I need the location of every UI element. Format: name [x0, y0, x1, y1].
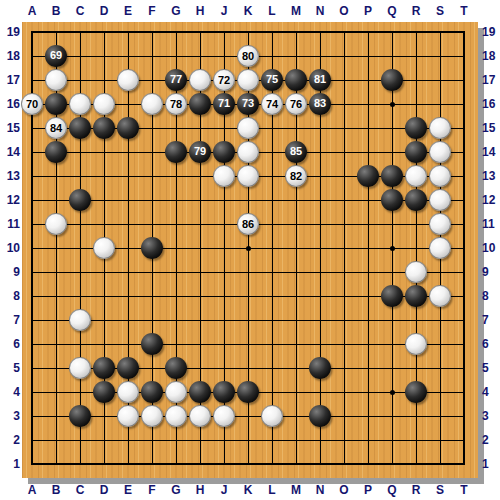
row-label-right: 11	[482, 216, 500, 232]
stone-black-r12[interactable]	[405, 189, 427, 211]
stone-black-d15[interactable]	[93, 117, 115, 139]
stone-white-s15[interactable]	[429, 117, 451, 139]
stone-white-r6[interactable]	[405, 333, 427, 355]
stone-white-s12[interactable]	[429, 189, 451, 211]
move-number-label: 77	[170, 73, 182, 85]
stone-white-s10[interactable]	[429, 237, 451, 259]
stone-black-g5[interactable]	[165, 357, 187, 379]
stone-white-k14[interactable]	[237, 141, 259, 163]
column-label-top: S	[428, 3, 452, 19]
stone-white-h17[interactable]	[189, 69, 211, 91]
column-label-top: H	[188, 3, 212, 19]
star-point	[390, 390, 395, 395]
row-label-left: 13	[1, 168, 20, 184]
stone-white-m13[interactable]: 82	[285, 165, 307, 187]
stone-white-d10[interactable]	[93, 237, 115, 259]
stone-black-m17[interactable]	[285, 69, 307, 91]
stone-black-l17[interactable]: 75	[261, 69, 283, 91]
row-label-left: 5	[1, 360, 20, 376]
row-label-right: 2	[482, 432, 500, 448]
column-label-bottom: S	[428, 482, 452, 498]
row-label-right: 8	[482, 288, 500, 304]
go-board-viewer: 698077727581707871737476838479858286 AAB…	[0, 0, 500, 500]
column-label-top: C	[68, 3, 92, 19]
move-number-label: 76	[290, 98, 302, 110]
move-number-label: 74	[266, 98, 278, 110]
move-number-label: 80	[242, 50, 254, 62]
move-number-label: 85	[290, 145, 302, 157]
row-label-right: 4	[482, 384, 500, 400]
stone-black-p13[interactable]	[357, 165, 379, 187]
stone-black-d5[interactable]	[93, 357, 115, 379]
stone-white-e17[interactable]	[117, 69, 139, 91]
star-point	[246, 246, 251, 251]
stone-white-e3[interactable]	[117, 405, 139, 427]
stone-black-h16[interactable]	[189, 93, 211, 115]
stone-white-s11[interactable]	[429, 213, 451, 235]
column-label-bottom: B	[44, 482, 68, 498]
stone-black-q12[interactable]	[381, 189, 403, 211]
stone-black-h14[interactable]: 79	[189, 141, 211, 163]
stone-white-k15[interactable]	[237, 117, 259, 139]
column-label-bottom: H	[188, 482, 212, 498]
stone-black-n3[interactable]	[309, 405, 331, 427]
stone-black-f4[interactable]	[141, 381, 163, 403]
row-label-right: 14	[482, 144, 500, 160]
column-label-top: A	[20, 3, 44, 19]
stone-white-g16[interactable]: 78	[165, 93, 187, 115]
stone-black-q8[interactable]	[381, 285, 403, 307]
row-label-right: 18	[482, 48, 500, 64]
column-label-top: R	[404, 3, 428, 19]
stone-black-g14[interactable]	[165, 141, 187, 163]
column-label-bottom: A	[20, 482, 44, 498]
stone-black-b18[interactable]: 69	[45, 45, 67, 67]
column-label-bottom: M	[284, 482, 308, 498]
stone-black-f10[interactable]	[141, 237, 163, 259]
stone-black-r15[interactable]	[405, 117, 427, 139]
stone-black-r8[interactable]	[405, 285, 427, 307]
stone-white-k18[interactable]: 80	[237, 45, 259, 67]
stone-black-k4[interactable]	[237, 381, 259, 403]
star-point	[390, 102, 395, 107]
stone-white-a16[interactable]: 70	[21, 93, 43, 115]
stone-white-g3[interactable]	[165, 405, 187, 427]
row-label-left: 9	[1, 264, 20, 280]
row-label-right: 15	[482, 120, 500, 136]
stone-white-b11[interactable]	[45, 213, 67, 235]
row-label-left: 1	[1, 456, 20, 472]
row-label-left: 18	[1, 48, 20, 64]
stone-black-g17[interactable]: 77	[165, 69, 187, 91]
column-label-bottom: J	[212, 482, 236, 498]
move-number-label: 72	[218, 74, 230, 86]
column-label-bottom: P	[356, 482, 380, 498]
stone-black-m14[interactable]: 85	[285, 141, 307, 163]
row-label-right: 1	[482, 456, 500, 472]
stone-black-c12[interactable]	[69, 189, 91, 211]
stone-white-c5[interactable]	[69, 357, 91, 379]
stone-white-d16[interactable]	[93, 93, 115, 115]
row-label-left: 19	[1, 24, 20, 40]
column-label-bottom: O	[332, 482, 356, 498]
column-label-bottom: F	[140, 482, 164, 498]
row-label-right: 13	[482, 168, 500, 184]
column-label-top: Q	[380, 3, 404, 19]
stone-white-k11[interactable]: 86	[237, 213, 259, 235]
stone-black-q17[interactable]	[381, 69, 403, 91]
stone-black-j16[interactable]: 71	[213, 93, 235, 115]
stone-black-c15[interactable]	[69, 117, 91, 139]
stone-black-d4[interactable]	[93, 381, 115, 403]
column-label-bottom: T	[452, 482, 476, 498]
stone-black-j4[interactable]	[213, 381, 235, 403]
stone-white-j17[interactable]: 72	[213, 69, 235, 91]
column-label-top: O	[332, 3, 356, 19]
stone-white-l16[interactable]: 74	[261, 93, 283, 115]
move-number-label: 84	[50, 122, 62, 134]
column-label-top: L	[260, 3, 284, 19]
stone-black-b14[interactable]	[45, 141, 67, 163]
row-label-left: 14	[1, 144, 20, 160]
move-number-label: 75	[266, 73, 278, 85]
move-number-label: 82	[290, 170, 302, 182]
row-label-right: 17	[482, 72, 500, 88]
stone-white-r13[interactable]	[405, 165, 427, 187]
move-number-label: 78	[170, 98, 182, 110]
stone-white-s8[interactable]	[429, 285, 451, 307]
column-label-bottom: R	[404, 482, 428, 498]
stone-white-e4[interactable]	[117, 381, 139, 403]
column-label-bottom: K	[236, 482, 260, 498]
row-label-left: 11	[1, 216, 20, 232]
row-label-right: 7	[482, 312, 500, 328]
stone-white-m16[interactable]: 76	[285, 93, 307, 115]
column-label-bottom: L	[260, 482, 284, 498]
stone-white-c16[interactable]	[69, 93, 91, 115]
row-label-left: 2	[1, 432, 20, 448]
move-number-label: 83	[314, 97, 326, 109]
row-label-right: 12	[482, 192, 500, 208]
stone-white-h3[interactable]	[189, 405, 211, 427]
stone-black-r4[interactable]	[405, 381, 427, 403]
stone-white-f3[interactable]	[141, 405, 163, 427]
stone-white-j3[interactable]	[213, 405, 235, 427]
column-label-bottom: G	[164, 482, 188, 498]
stone-black-n16[interactable]: 83	[309, 93, 331, 115]
row-label-left: 16	[1, 96, 20, 112]
stone-white-r9[interactable]	[405, 261, 427, 283]
stone-white-k17[interactable]	[237, 69, 259, 91]
stone-white-k13[interactable]	[237, 165, 259, 187]
column-label-top: T	[452, 3, 476, 19]
go-board[interactable]: 698077727581707871737476838479858286	[22, 22, 478, 478]
column-label-top: K	[236, 3, 260, 19]
move-number-label: 71	[218, 97, 230, 109]
stone-white-l3[interactable]	[261, 405, 283, 427]
row-label-left: 15	[1, 120, 20, 136]
star-point	[390, 246, 395, 251]
stone-white-b15[interactable]: 84	[45, 117, 67, 139]
row-label-right: 10	[482, 240, 500, 256]
move-number-label: 69	[50, 49, 62, 61]
stone-black-b16[interactable]	[45, 93, 67, 115]
row-label-left: 10	[1, 240, 20, 256]
stone-white-b17[interactable]	[45, 69, 67, 91]
stone-white-g4[interactable]	[165, 381, 187, 403]
row-label-left: 6	[1, 336, 20, 352]
stone-black-j14[interactable]	[213, 141, 235, 163]
stone-black-k16[interactable]: 73	[237, 93, 259, 115]
stone-white-s13[interactable]	[429, 165, 451, 187]
column-label-top: J	[212, 3, 236, 19]
stone-white-f16[interactable]	[141, 93, 163, 115]
stone-black-n17[interactable]: 81	[309, 69, 331, 91]
move-number-label: 79	[194, 145, 206, 157]
column-label-top: P	[356, 3, 380, 19]
row-label-left: 7	[1, 312, 20, 328]
row-label-right: 3	[482, 408, 500, 424]
column-label-bottom: Q	[380, 482, 404, 498]
row-label-left: 12	[1, 192, 20, 208]
row-label-right: 16	[482, 96, 500, 112]
row-label-left: 17	[1, 72, 20, 88]
move-number-label: 86	[242, 218, 254, 230]
column-label-top: N	[308, 3, 332, 19]
column-label-bottom: N	[308, 482, 332, 498]
stone-black-q13[interactable]	[381, 165, 403, 187]
column-label-bottom: D	[92, 482, 116, 498]
column-label-top: F	[140, 3, 164, 19]
stone-black-n5[interactable]	[309, 357, 331, 379]
stone-black-r14[interactable]	[405, 141, 427, 163]
row-label-left: 3	[1, 408, 20, 424]
column-label-bottom: C	[68, 482, 92, 498]
stone-black-e5[interactable]	[117, 357, 139, 379]
stone-black-e15[interactable]	[117, 117, 139, 139]
move-number-label: 70	[26, 98, 38, 110]
column-label-top: M	[284, 3, 308, 19]
stone-black-h4[interactable]	[189, 381, 211, 403]
row-label-right: 6	[482, 336, 500, 352]
column-label-top: D	[92, 3, 116, 19]
column-label-top: B	[44, 3, 68, 19]
move-number-label: 81	[314, 73, 326, 85]
stone-white-s14[interactable]	[429, 141, 451, 163]
column-label-top: E	[116, 3, 140, 19]
column-label-bottom: E	[116, 482, 140, 498]
row-label-right: 9	[482, 264, 500, 280]
column-label-top: G	[164, 3, 188, 19]
row-label-right: 19	[482, 24, 500, 40]
stone-black-f6[interactable]	[141, 333, 163, 355]
move-number-label: 73	[242, 97, 254, 109]
row-label-left: 4	[1, 384, 20, 400]
row-label-left: 8	[1, 288, 20, 304]
stone-white-j13[interactable]	[213, 165, 235, 187]
stone-black-c3[interactable]	[69, 405, 91, 427]
stone-white-c7[interactable]	[69, 309, 91, 331]
row-label-right: 5	[482, 360, 500, 376]
